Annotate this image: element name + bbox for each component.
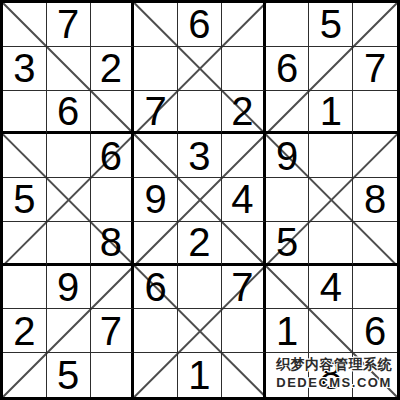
cell-r4c9[interactable] [353,134,397,178]
cell-r9c1[interactable] [3,353,47,397]
cell-r9c5[interactable]: 1 [178,353,222,397]
cell-r4c1[interactable] [3,134,47,178]
cell-r4c8[interactable] [309,134,353,178]
cell-r2c4[interactable] [134,47,178,91]
cell-r1c2[interactable]: 7 [47,3,91,47]
cell-r5c2[interactable] [47,178,91,222]
cell-r1c5[interactable]: 6 [178,3,222,47]
cell-r2c1[interactable]: 3 [3,47,47,91]
cell-r1c7[interactable] [266,3,310,47]
cell-r7c7[interactable] [266,266,310,310]
cell-r2c5[interactable] [178,47,222,91]
cell-r2c7[interactable]: 6 [266,47,310,91]
cell-r8c5[interactable] [178,309,222,353]
cell-r7c8[interactable]: 4 [309,266,353,310]
cell-r1c8[interactable]: 5 [309,3,353,47]
cell-r3c3[interactable] [91,91,135,135]
cell-r8c1[interactable]: 2 [3,309,47,353]
cell-r7c4[interactable]: 6 [134,266,178,310]
cell-r6c6[interactable] [222,222,266,266]
cell-r9c6[interactable] [222,353,266,397]
cell-r5c5[interactable] [178,178,222,222]
cell-r3c5[interactable] [178,91,222,135]
cell-r7c1[interactable] [3,266,47,310]
cell-r5c4[interactable]: 9 [134,178,178,222]
watermark-site-name: 织梦内容管理系统 [276,356,392,374]
cell-r2c2[interactable] [47,47,91,91]
cell-r8c9[interactable]: 6 [353,309,397,353]
cell-r7c6[interactable]: 7 [222,266,266,310]
cell-r7c9[interactable] [353,266,397,310]
cell-r6c5[interactable]: 2 [178,222,222,266]
cell-r6c8[interactable] [309,222,353,266]
cell-r1c9[interactable] [353,3,397,47]
cell-r3c9[interactable] [353,91,397,135]
cell-r9c3[interactable] [91,353,135,397]
cell-r6c1[interactable] [3,222,47,266]
cell-r9c4[interactable] [134,353,178,397]
cell-r5c1[interactable]: 5 [3,178,47,222]
cell-r1c6[interactable] [222,3,266,47]
cell-r7c3[interactable] [91,266,135,310]
cell-r6c3[interactable]: 8 [91,222,135,266]
cell-r5c7[interactable] [266,178,310,222]
cell-r1c4[interactable] [134,3,178,47]
watermark: 织梦内容管理系统 DEDECMS.COM [276,356,392,390]
cell-r4c6[interactable] [222,134,266,178]
cell-r8c2[interactable] [47,309,91,353]
cell-r3c8[interactable]: 1 [309,91,353,135]
cell-r8c3[interactable]: 7 [91,309,135,353]
cell-r4c7[interactable]: 9 [266,134,310,178]
cell-r4c5[interactable]: 3 [178,134,222,178]
sudoku-board: 76532676721639594882596742716518 织梦内容管理系… [0,0,400,400]
cell-r8c6[interactable] [222,309,266,353]
cell-r7c5[interactable] [178,266,222,310]
cell-r7c2[interactable]: 9 [47,266,91,310]
cell-r3c2[interactable]: 6 [47,91,91,135]
cell-r5c8[interactable] [309,178,353,222]
cell-r1c3[interactable] [91,3,135,47]
cell-r8c4[interactable] [134,309,178,353]
cell-r6c9[interactable] [353,222,397,266]
cell-r3c4[interactable]: 7 [134,91,178,135]
cell-r3c6[interactable]: 2 [222,91,266,135]
cell-r8c7[interactable]: 1 [266,309,310,353]
cell-r4c4[interactable] [134,134,178,178]
cell-r8c8[interactable] [309,309,353,353]
cell-r2c8[interactable] [309,47,353,91]
cell-r4c3[interactable]: 6 [91,134,135,178]
cell-r5c9[interactable]: 8 [353,178,397,222]
cell-r3c7[interactable] [266,91,310,135]
sudoku-grid: 76532676721639594882596742716518 [3,3,397,397]
cell-r6c4[interactable] [134,222,178,266]
cell-r6c2[interactable] [47,222,91,266]
cell-r4c2[interactable] [47,134,91,178]
cell-r5c3[interactable] [91,178,135,222]
cell-r3c1[interactable] [3,91,47,135]
cell-r2c3[interactable]: 2 [91,47,135,91]
cell-r5c6[interactable]: 4 [222,178,266,222]
cell-r6c7[interactable]: 5 [266,222,310,266]
cell-r1c1[interactable] [3,3,47,47]
watermark-domain: DEDECMS.COM [276,375,392,390]
cell-r2c6[interactable] [222,47,266,91]
cell-r9c2[interactable]: 5 [47,353,91,397]
cell-r2c9[interactable]: 7 [353,47,397,91]
